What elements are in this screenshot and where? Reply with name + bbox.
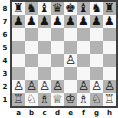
white-bishop-icon: ♗ bbox=[77, 93, 90, 106]
black-pawn-icon: ♟ bbox=[12, 15, 25, 28]
square-h7[interactable]: ♟ bbox=[103, 15, 116, 28]
square-f4[interactable] bbox=[77, 54, 90, 67]
square-f6[interactable] bbox=[77, 28, 90, 41]
rank-label-7: 7 bbox=[0, 15, 10, 28]
white-queen-icon: ♕ bbox=[51, 93, 64, 106]
square-h5[interactable] bbox=[103, 41, 116, 54]
white-bishop-icon: ♗ bbox=[38, 93, 51, 106]
square-d4[interactable] bbox=[51, 54, 64, 67]
white-king-icon: ♔ bbox=[64, 93, 77, 106]
square-b7[interactable]: ♟ bbox=[25, 15, 38, 28]
square-c7[interactable]: ♟ bbox=[38, 15, 51, 28]
square-d5[interactable] bbox=[51, 41, 64, 54]
square-e6[interactable] bbox=[64, 28, 77, 41]
rank-label-8: 8 bbox=[0, 2, 10, 15]
rank-label-2: 2 bbox=[0, 80, 10, 93]
square-g1[interactable]: ♘ bbox=[90, 93, 103, 106]
square-a7[interactable]: ♟ bbox=[12, 15, 25, 28]
square-c1[interactable]: ♗ bbox=[38, 93, 51, 106]
file-label-e: e bbox=[64, 108, 77, 118]
rank-label-5: 5 bbox=[0, 41, 10, 54]
square-a1[interactable]: ♖ bbox=[12, 93, 25, 106]
rank-label-1: 1 bbox=[0, 93, 10, 106]
square-b6[interactable] bbox=[25, 28, 38, 41]
square-h1[interactable]: ♖ bbox=[103, 93, 116, 106]
square-g4[interactable] bbox=[90, 54, 103, 67]
corner-spacer bbox=[0, 108, 10, 118]
white-knight-icon: ♘ bbox=[25, 93, 38, 106]
square-h4[interactable] bbox=[103, 54, 116, 67]
square-a6[interactable] bbox=[12, 28, 25, 41]
rank-label-6: 6 bbox=[0, 28, 10, 41]
square-f1[interactable]: ♗ bbox=[77, 93, 90, 106]
black-pawn-icon: ♟ bbox=[77, 15, 90, 28]
square-e3[interactable] bbox=[64, 67, 77, 80]
black-pawn-icon: ♟ bbox=[38, 15, 51, 28]
white-pawn-icon: ♙ bbox=[64, 54, 77, 67]
white-knight-icon: ♘ bbox=[90, 93, 103, 106]
chess-diagram: 87654321 ♜♞♝♛♚♝♞♜♟♟♟♟♟♟♟♟♙♙♙♙♙♙♙♙♖♘♗♕♔♗♘… bbox=[0, 0, 118, 118]
square-a4[interactable] bbox=[12, 54, 25, 67]
black-pawn-icon: ♟ bbox=[64, 15, 77, 28]
white-rook-icon: ♖ bbox=[12, 93, 25, 106]
white-rook-icon: ♖ bbox=[103, 93, 116, 106]
square-d1[interactable]: ♕ bbox=[51, 93, 64, 106]
square-d6[interactable] bbox=[51, 28, 64, 41]
rank-label-3: 3 bbox=[0, 67, 10, 80]
square-a5[interactable] bbox=[12, 41, 25, 54]
square-c6[interactable] bbox=[38, 28, 51, 41]
square-e4[interactable]: ♙ bbox=[64, 54, 77, 67]
chess-board: ♜♞♝♛♚♝♞♜♟♟♟♟♟♟♟♟♙♙♙♙♙♙♙♙♖♘♗♕♔♗♘♖ bbox=[10, 0, 118, 108]
square-e1[interactable]: ♔ bbox=[64, 93, 77, 106]
square-g5[interactable] bbox=[90, 41, 103, 54]
file-label-f: f bbox=[77, 108, 90, 118]
square-b4[interactable] bbox=[25, 54, 38, 67]
black-pawn-icon: ♟ bbox=[51, 15, 64, 28]
square-b1[interactable]: ♘ bbox=[25, 93, 38, 106]
black-pawn-icon: ♟ bbox=[90, 15, 103, 28]
file-label-d: d bbox=[51, 108, 64, 118]
rank-label-4: 4 bbox=[0, 54, 10, 67]
file-label-a: a bbox=[12, 108, 25, 118]
square-b5[interactable] bbox=[25, 41, 38, 54]
black-pawn-icon: ♟ bbox=[25, 15, 38, 28]
square-f5[interactable] bbox=[77, 41, 90, 54]
file-label-h: h bbox=[103, 108, 116, 118]
file-labels: abcdefgh bbox=[10, 108, 118, 118]
black-pawn-icon: ♟ bbox=[103, 15, 116, 28]
square-d7[interactable]: ♟ bbox=[51, 15, 64, 28]
file-label-b: b bbox=[25, 108, 38, 118]
square-h6[interactable] bbox=[103, 28, 116, 41]
square-g6[interactable] bbox=[90, 28, 103, 41]
file-label-g: g bbox=[90, 108, 103, 118]
square-e7[interactable]: ♟ bbox=[64, 15, 77, 28]
file-label-c: c bbox=[38, 108, 51, 118]
rank-labels: 87654321 bbox=[0, 0, 10, 108]
square-g7[interactable]: ♟ bbox=[90, 15, 103, 28]
square-f7[interactable]: ♟ bbox=[77, 15, 90, 28]
square-c4[interactable] bbox=[38, 54, 51, 67]
square-c5[interactable] bbox=[38, 41, 51, 54]
